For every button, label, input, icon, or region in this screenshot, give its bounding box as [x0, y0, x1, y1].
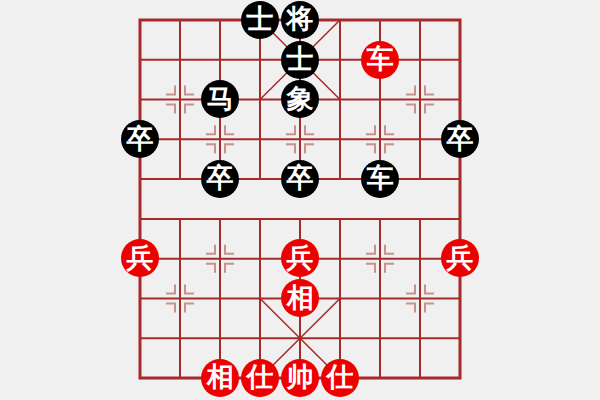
red-soldier-1[interactable]: 兵 [121, 239, 159, 277]
black-advisor-2[interactable]: 士 [281, 41, 319, 79]
black-horse[interactable]: 马 [201, 80, 239, 118]
red-elephant-1[interactable]: 相 [281, 279, 319, 317]
black-general[interactable]: 将 [281, 1, 319, 39]
black-soldier-1[interactable]: 卒 [121, 120, 159, 158]
black-elephant[interactable]: 象 [281, 80, 319, 118]
xiangqi-board: 士将士车马象卒卒卒卒车兵兵兵相相仕帅仕 [0, 0, 600, 400]
black-soldier-4[interactable]: 卒 [281, 160, 319, 198]
red-soldier-2[interactable]: 兵 [281, 239, 319, 277]
red-advisor-2[interactable]: 仕 [321, 359, 359, 397]
black-chariot[interactable]: 车 [361, 160, 399, 198]
black-advisor-1[interactable]: 士 [241, 1, 279, 39]
red-elephant-2[interactable]: 相 [201, 359, 239, 397]
red-general[interactable]: 帅 [281, 359, 319, 397]
red-advisor-1[interactable]: 仕 [241, 359, 279, 397]
piece-grid: 士将士车马象卒卒卒卒车兵兵兵相相仕帅仕 [120, 0, 480, 398]
red-chariot[interactable]: 车 [361, 41, 399, 79]
black-soldier-3[interactable]: 卒 [201, 160, 239, 198]
black-soldier-2[interactable]: 卒 [441, 120, 479, 158]
red-soldier-3[interactable]: 兵 [441, 239, 479, 277]
